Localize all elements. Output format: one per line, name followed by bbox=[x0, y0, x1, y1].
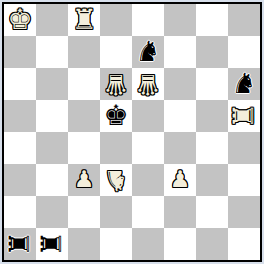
square-a3[interactable] bbox=[4, 164, 36, 196]
square-b5[interactable] bbox=[36, 100, 68, 132]
square-e2[interactable] bbox=[132, 196, 164, 228]
piece-white-pawn[interactable]: ♟ bbox=[164, 164, 196, 196]
square-b6[interactable] bbox=[36, 68, 68, 100]
piece-black-knight-fairy[interactable]: ♞ bbox=[132, 36, 164, 68]
piece-black-rook-fairy[interactable]: ♜ bbox=[4, 228, 36, 260]
square-f6[interactable] bbox=[164, 68, 196, 100]
square-e1[interactable] bbox=[132, 228, 164, 260]
square-e6[interactable]: ♛ bbox=[132, 68, 164, 100]
square-d5[interactable]: ♚ bbox=[100, 100, 132, 132]
square-h3[interactable] bbox=[228, 164, 260, 196]
square-a2[interactable] bbox=[4, 196, 36, 228]
square-a7[interactable] bbox=[4, 36, 36, 68]
square-d1[interactable] bbox=[100, 228, 132, 260]
square-a8[interactable]: ♚ bbox=[4, 4, 36, 36]
piece-white-rook[interactable]: ♜ bbox=[68, 4, 100, 36]
square-d3[interactable]: ♞ bbox=[100, 164, 132, 196]
square-a1[interactable]: ♜ bbox=[4, 228, 36, 260]
piece-black-knight-fairy[interactable]: ♞ bbox=[228, 68, 260, 100]
square-b1[interactable]: ♜ bbox=[36, 228, 68, 260]
square-g6[interactable] bbox=[196, 68, 228, 100]
square-c7[interactable] bbox=[68, 36, 100, 68]
square-g7[interactable] bbox=[196, 36, 228, 68]
square-e8[interactable] bbox=[132, 4, 164, 36]
square-h2[interactable] bbox=[228, 196, 260, 228]
square-e3[interactable] bbox=[132, 164, 164, 196]
square-d8[interactable] bbox=[100, 4, 132, 36]
square-g4[interactable] bbox=[196, 132, 228, 164]
square-b3[interactable] bbox=[36, 164, 68, 196]
square-c4[interactable] bbox=[68, 132, 100, 164]
square-c2[interactable] bbox=[68, 196, 100, 228]
square-f5[interactable] bbox=[164, 100, 196, 132]
square-f4[interactable] bbox=[164, 132, 196, 164]
square-b4[interactable] bbox=[36, 132, 68, 164]
square-e5[interactable] bbox=[132, 100, 164, 132]
square-f1[interactable] bbox=[164, 228, 196, 260]
square-g1[interactable] bbox=[196, 228, 228, 260]
square-c6[interactable] bbox=[68, 68, 100, 100]
square-d4[interactable] bbox=[100, 132, 132, 164]
square-b7[interactable] bbox=[36, 36, 68, 68]
square-e7[interactable]: ♞ bbox=[132, 36, 164, 68]
square-f8[interactable] bbox=[164, 4, 196, 36]
square-e4[interactable] bbox=[132, 132, 164, 164]
square-a6[interactable] bbox=[4, 68, 36, 100]
piece-white-knight-fairy[interactable]: ♞ bbox=[100, 164, 132, 196]
square-g8[interactable] bbox=[196, 4, 228, 36]
piece-white-king[interactable]: ♚ bbox=[4, 4, 36, 36]
square-a4[interactable] bbox=[4, 132, 36, 164]
square-h4[interactable] bbox=[228, 132, 260, 164]
square-c8[interactable]: ♜ bbox=[68, 4, 100, 36]
square-f2[interactable] bbox=[164, 196, 196, 228]
piece-white-queen-fairy[interactable]: ♛ bbox=[132, 68, 164, 100]
piece-white-pawn[interactable]: ♟ bbox=[68, 164, 100, 196]
square-h8[interactable] bbox=[228, 4, 260, 36]
square-f3[interactable]: ♟ bbox=[164, 164, 196, 196]
square-d2[interactable] bbox=[100, 196, 132, 228]
square-c1[interactable] bbox=[68, 228, 100, 260]
square-b2[interactable] bbox=[36, 196, 68, 228]
square-h1[interactable] bbox=[228, 228, 260, 260]
square-c5[interactable] bbox=[68, 100, 100, 132]
square-h6[interactable]: ♞ bbox=[228, 68, 260, 100]
chess-board: ♚♜♞♛♛♞♚♜♟♞♟♜♜ bbox=[2, 2, 262, 262]
square-h7[interactable] bbox=[228, 36, 260, 68]
square-g2[interactable] bbox=[196, 196, 228, 228]
square-a5[interactable] bbox=[4, 100, 36, 132]
piece-white-rook-fairy[interactable]: ♜ bbox=[228, 100, 260, 132]
square-g5[interactable] bbox=[196, 100, 228, 132]
piece-black-rook-fairy[interactable]: ♜ bbox=[36, 228, 68, 260]
square-g3[interactable] bbox=[196, 164, 228, 196]
piece-white-queen-fairy[interactable]: ♛ bbox=[100, 68, 132, 100]
square-h5[interactable]: ♜ bbox=[228, 100, 260, 132]
square-c3[interactable]: ♟ bbox=[68, 164, 100, 196]
square-d6[interactable]: ♛ bbox=[100, 68, 132, 100]
square-b8[interactable] bbox=[36, 4, 68, 36]
square-f7[interactable] bbox=[164, 36, 196, 68]
square-d7[interactable] bbox=[100, 36, 132, 68]
piece-black-king[interactable]: ♚ bbox=[100, 100, 132, 132]
